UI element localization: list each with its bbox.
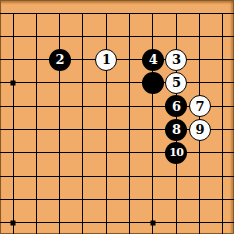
stone-number: 1 (102, 53, 111, 66)
stone-white-3: 3 (165, 49, 187, 71)
go-diagram: 21435678910 (0, 0, 234, 234)
grid-line-v (59, 13, 60, 235)
stone-number: 4 (149, 53, 158, 66)
stone-number: 10 (169, 147, 183, 158)
stone-white-7: 7 (189, 95, 211, 117)
grid-line-v (106, 13, 107, 235)
grid-line-v (129, 13, 130, 235)
stone-number: 3 (172, 53, 181, 66)
go-board: 21435678910 (0, 0, 234, 234)
grid-line-v (152, 13, 153, 235)
star-point (11, 220, 16, 225)
grid-line-v (36, 13, 37, 235)
stone-number: 2 (55, 53, 64, 66)
stone-black-10: 10 (165, 142, 187, 164)
stone-black-2: 2 (49, 49, 71, 71)
stone-black-8: 8 (165, 119, 187, 141)
grid-line-v (13, 13, 14, 235)
stone-number: 7 (195, 100, 204, 113)
star-point (150, 220, 155, 225)
stone-white-5: 5 (165, 72, 187, 94)
stone-number: 9 (195, 123, 204, 136)
stone-number: 8 (172, 123, 181, 136)
stone-black-4: 4 (142, 49, 164, 71)
stone-white-1: 1 (95, 49, 117, 71)
grid-line-v (222, 13, 223, 235)
grid-line-v (82, 13, 83, 235)
stone-black-6: 6 (165, 95, 187, 117)
stone-number: 6 (172, 100, 181, 113)
stone-number: 5 (172, 76, 181, 89)
stone-black-plain (142, 72, 164, 94)
stone-white-9: 9 (189, 119, 211, 141)
star-point (11, 80, 16, 85)
